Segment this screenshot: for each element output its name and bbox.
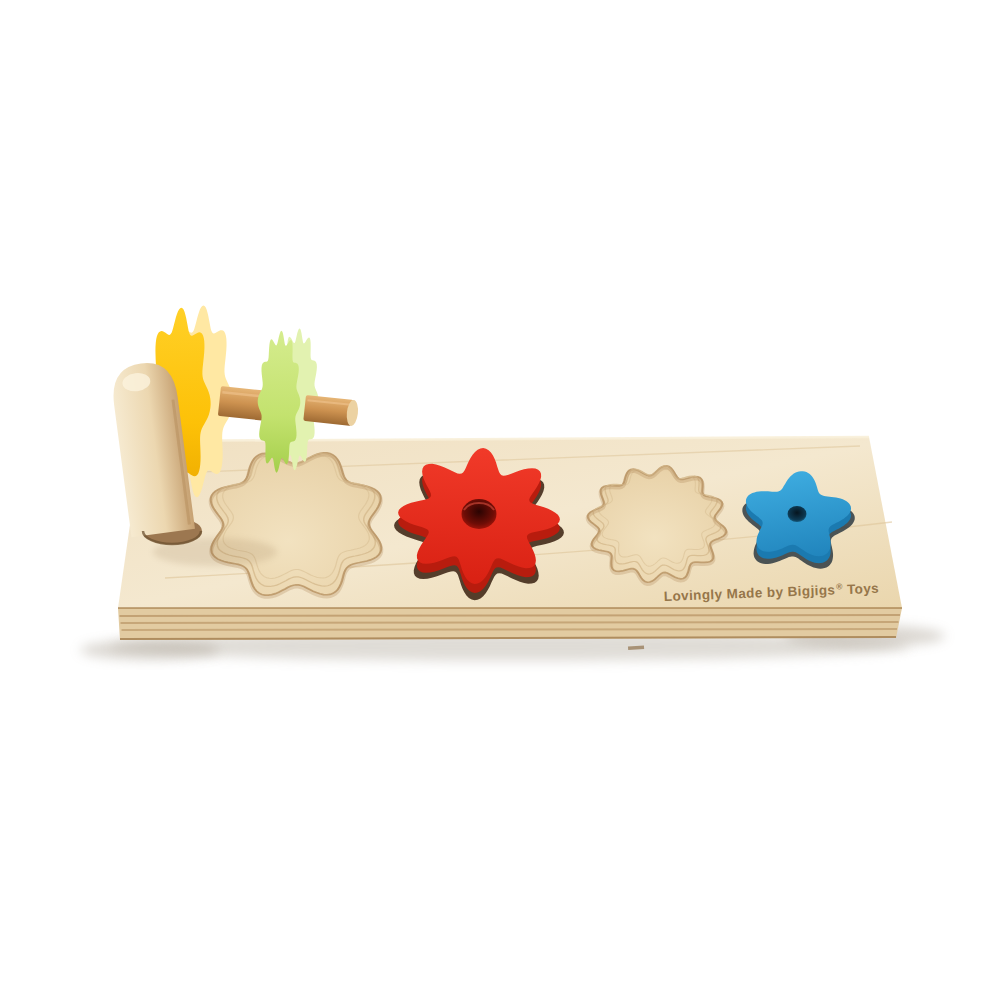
ply-stripe <box>121 622 899 623</box>
piece-center-hole <box>788 506 807 522</box>
toy-scene: Lovingly Made by Bigjigs®Toys <box>0 0 1000 1000</box>
product-photo: Lovingly Made by Bigjigs®Toys <box>0 0 1000 1000</box>
axle-dowel-right <box>303 395 359 426</box>
ply-stripe <box>122 629 898 630</box>
ply-stripe <box>120 615 901 616</box>
board-front-edge <box>118 608 902 640</box>
